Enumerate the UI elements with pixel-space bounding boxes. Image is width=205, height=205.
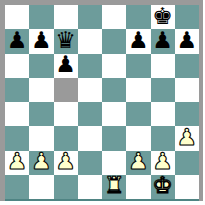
- square-d1[interactable]: [78, 175, 102, 199]
- white-pawn-icon: ♟: [177, 126, 198, 149]
- square-e6[interactable]: [102, 54, 126, 78]
- square-g6[interactable]: [151, 54, 175, 78]
- square-e4[interactable]: [102, 102, 126, 126]
- square-b1[interactable]: [29, 175, 53, 199]
- square-h1[interactable]: [175, 175, 199, 199]
- square-c7[interactable]: ♛: [54, 29, 78, 53]
- square-c4[interactable]: [54, 102, 78, 126]
- black-queen-icon: ♛: [55, 29, 76, 52]
- square-d3[interactable]: [78, 126, 102, 150]
- chess-board: ♚♟♟♛♟♟♟♟♟♟♟♟♟♟♜♚: [5, 5, 199, 201]
- square-c1[interactable]: [54, 175, 78, 199]
- square-b2[interactable]: ♟: [29, 151, 53, 175]
- black-pawn-icon: ♟: [152, 29, 173, 52]
- black-king-icon: ♚: [152, 5, 173, 28]
- square-f6[interactable]: [126, 54, 150, 78]
- square-h6[interactable]: [175, 54, 199, 78]
- square-d2[interactable]: [78, 151, 102, 175]
- square-c8[interactable]: [54, 5, 78, 29]
- square-a4[interactable]: [5, 102, 29, 126]
- square-a1[interactable]: [5, 175, 29, 199]
- square-e1[interactable]: ♜: [102, 175, 126, 199]
- white-pawn-icon: ♟: [7, 151, 28, 174]
- square-g7[interactable]: ♟: [151, 29, 175, 53]
- square-d7[interactable]: [78, 29, 102, 53]
- square-b6[interactable]: [29, 54, 53, 78]
- square-c3[interactable]: [54, 126, 78, 150]
- square-g1[interactable]: ♚: [151, 175, 175, 199]
- square-a5[interactable]: [5, 78, 29, 102]
- white-king-icon: ♚: [152, 175, 173, 198]
- square-c6[interactable]: ♟: [54, 54, 78, 78]
- square-f7[interactable]: ♟: [126, 29, 150, 53]
- square-f3[interactable]: [126, 126, 150, 150]
- square-h5[interactable]: [175, 78, 199, 102]
- square-c2[interactable]: ♟: [54, 151, 78, 175]
- square-a2[interactable]: ♟: [5, 151, 29, 175]
- square-d6[interactable]: [78, 54, 102, 78]
- square-d5[interactable]: [78, 78, 102, 102]
- square-h7[interactable]: ♟: [175, 29, 199, 53]
- square-f4[interactable]: [126, 102, 150, 126]
- black-pawn-icon: ♟: [31, 29, 52, 52]
- square-f5[interactable]: [126, 78, 150, 102]
- square-h3[interactable]: ♟: [175, 126, 199, 150]
- black-pawn-icon: ♟: [177, 29, 198, 52]
- square-a3[interactable]: [5, 126, 29, 150]
- board-frame: ♚♟♟♛♟♟♟♟♟♟♟♟♟♟♜♚: [0, 0, 203, 201]
- square-d8[interactable]: [78, 5, 102, 29]
- square-e2[interactable]: [102, 151, 126, 175]
- square-g8[interactable]: ♚: [151, 5, 175, 29]
- white-pawn-icon: ♟: [152, 151, 173, 174]
- square-d4[interactable]: [78, 102, 102, 126]
- square-e3[interactable]: [102, 126, 126, 150]
- square-a8[interactable]: [5, 5, 29, 29]
- square-a6[interactable]: [5, 54, 29, 78]
- square-e7[interactable]: [102, 29, 126, 53]
- white-rook-icon: ♜: [104, 175, 125, 198]
- square-h2[interactable]: [175, 151, 199, 175]
- square-f2[interactable]: ♟: [126, 151, 150, 175]
- square-b4[interactable]: [29, 102, 53, 126]
- square-e5[interactable]: [102, 78, 126, 102]
- square-g4[interactable]: [151, 102, 175, 126]
- black-pawn-icon: ♟: [128, 29, 149, 52]
- square-c5[interactable]: [54, 78, 78, 102]
- square-h8[interactable]: [175, 5, 199, 29]
- square-g5[interactable]: [151, 78, 175, 102]
- square-b8[interactable]: [29, 5, 53, 29]
- square-e8[interactable]: [102, 5, 126, 29]
- square-h4[interactable]: [175, 102, 199, 126]
- square-b3[interactable]: [29, 126, 53, 150]
- square-f8[interactable]: [126, 5, 150, 29]
- square-f1[interactable]: [126, 175, 150, 199]
- square-b7[interactable]: ♟: [29, 29, 53, 53]
- white-pawn-icon: ♟: [55, 151, 76, 174]
- white-pawn-icon: ♟: [31, 151, 52, 174]
- white-pawn-icon: ♟: [128, 151, 149, 174]
- square-g3[interactable]: [151, 126, 175, 150]
- black-pawn-icon: ♟: [7, 29, 28, 52]
- square-a7[interactable]: ♟: [5, 29, 29, 53]
- square-g2[interactable]: ♟: [151, 151, 175, 175]
- black-pawn-icon: ♟: [55, 54, 76, 77]
- square-b5[interactable]: [29, 78, 53, 102]
